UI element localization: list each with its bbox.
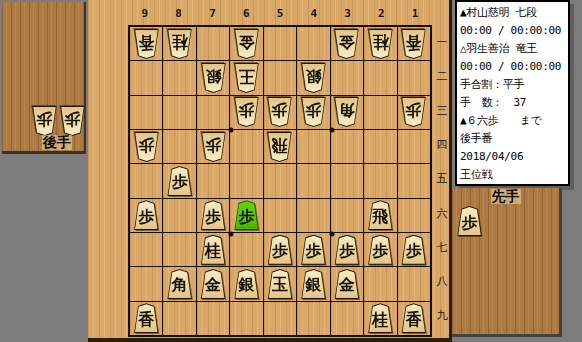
piece-face: 銀 (301, 270, 326, 298)
piece-face: 歩 (334, 236, 359, 264)
piece-歩-sente[interactable]: 歩 (233, 200, 260, 230)
piece-glyph: 歩 (305, 103, 321, 119)
square-4-2[interactable]: 銀 (297, 61, 329, 94)
piece-glyph: 桂 (372, 34, 388, 50)
square-4-8[interactable]: 銀 (297, 267, 329, 300)
square-2-4[interactable] (364, 130, 396, 163)
piece-face: 歩 (167, 167, 192, 195)
game-date: 2018/04/06 (460, 148, 568, 166)
piece-glyph: 歩 (372, 243, 388, 259)
sente-tray-label: 先手 (491, 189, 521, 204)
square-1-8[interactable] (398, 267, 430, 300)
piece-歩-sente[interactable]: 歩 (333, 235, 360, 265)
piece-歩-gote[interactable]: 歩 (200, 132, 227, 162)
square-2-9[interactable]: 桂 (364, 302, 396, 335)
square-9-2[interactable] (130, 61, 162, 94)
square-9-9[interactable]: 香 (130, 302, 162, 335)
square-8-6[interactable] (163, 199, 195, 232)
piece-face: 香 (134, 304, 159, 332)
piece-glyph: 飛 (272, 137, 288, 153)
square-6-2[interactable]: 王 (230, 61, 262, 94)
square-2-2[interactable] (364, 61, 396, 94)
square-9-6[interactable]: 歩 (130, 199, 162, 232)
square-6-7[interactable] (230, 233, 262, 266)
board-grid: 香桂金金桂香銀王銀歩歩歩角歩歩歩飛歩歩歩歩飛桂歩歩歩歩歩角金銀玉銀金香桂香 (128, 25, 432, 337)
square-4-4[interactable] (297, 130, 329, 163)
piece-glyph: 歩 (305, 243, 321, 259)
piece-金-sente[interactable]: 金 (333, 269, 360, 299)
gote-clock: 00:00 / 00:00:00 (460, 58, 568, 76)
piece-glyph: 香 (406, 34, 422, 50)
star-point (229, 232, 234, 237)
square-7-5[interactable] (197, 164, 229, 197)
piece-face: 歩 (201, 201, 226, 229)
piece-飛-gote[interactable]: 飛 (266, 132, 293, 162)
piece-glyph: 歩 (406, 103, 422, 119)
piece-face: 銀 (301, 64, 326, 92)
piece-glyph: 香 (138, 34, 154, 50)
file-label-5: 5 (263, 7, 297, 20)
piece-歩-gote[interactable]: 歩 (300, 97, 327, 127)
piece-glyph: 王 (239, 68, 255, 84)
sente-player-name: ▲村山慈明 七段 (460, 4, 568, 22)
piece-glyph: 金 (339, 34, 355, 50)
square-1-1[interactable]: 香 (398, 27, 430, 60)
piece-歩-sente[interactable]: 歩 (367, 235, 394, 265)
piece-王-gote[interactable]: 王 (233, 63, 260, 93)
piece-glyph: 銀 (239, 277, 255, 293)
square-3-8[interactable]: 金 (331, 267, 363, 300)
piece-金-sente[interactable]: 金 (200, 269, 227, 299)
file-label-7: 7 (196, 7, 230, 20)
piece-face: 金 (234, 30, 259, 58)
piece-銀-gote[interactable]: 銀 (300, 63, 327, 93)
square-1-4[interactable] (398, 130, 430, 163)
piece-glyph: 飛 (372, 209, 388, 225)
piece-桂-sente[interactable]: 桂 (200, 235, 227, 265)
piece-glyph: 桂 (205, 243, 221, 259)
piece-歩-sente[interactable]: 歩 (456, 206, 483, 236)
square-6-8[interactable]: 銀 (230, 267, 262, 300)
file-label-8: 8 (162, 7, 196, 20)
piece-歩-gote[interactable]: 歩 (233, 97, 260, 127)
piece-glyph: 歩 (205, 209, 221, 225)
piece-桂-gote[interactable]: 桂 (166, 29, 193, 59)
gote-tray-label: 後手 (42, 135, 72, 150)
star-point (330, 128, 335, 133)
star-point (229, 128, 234, 133)
last-move-line: ▲６六歩 まで (460, 112, 568, 130)
square-9-5[interactable] (130, 164, 162, 197)
piece-face: 歩 (267, 236, 292, 264)
square-2-7[interactable]: 歩 (364, 233, 396, 266)
piece-face: 角 (167, 270, 192, 298)
piece-歩-sente[interactable]: 歩 (266, 235, 293, 265)
square-2-5[interactable] (364, 164, 396, 197)
piece-飛-sente[interactable]: 飛 (367, 200, 394, 230)
square-5-7[interactable]: 歩 (264, 233, 296, 266)
piece-玉-sente[interactable]: 玉 (266, 269, 293, 299)
piece-face: 歩 (134, 201, 159, 229)
file-label-6: 6 (229, 7, 263, 20)
piece-歩-gote[interactable]: 歩 (31, 106, 58, 136)
piece-face: 歩 (368, 236, 393, 264)
piece-glyph: 銀 (205, 68, 221, 84)
square-1-5[interactable] (398, 164, 430, 197)
sente-hand-tray: 先手 歩 (452, 188, 562, 337)
square-5-6[interactable] (264, 199, 296, 232)
file-label-1: 1 (398, 7, 432, 20)
piece-face: 歩 (457, 207, 482, 235)
file-label-2: 2 (364, 7, 398, 20)
piece-glyph: 歩 (272, 103, 288, 119)
square-4-3[interactable]: 歩 (297, 96, 329, 129)
rank-label-4: 四 (434, 128, 450, 162)
square-8-3[interactable] (163, 96, 195, 129)
square-3-6[interactable] (331, 199, 363, 232)
square-7-4[interactable]: 歩 (197, 130, 229, 163)
piece-glyph: 桂 (172, 34, 188, 50)
square-2-1[interactable]: 桂 (364, 27, 396, 60)
piece-glyph: 金 (339, 277, 355, 293)
piece-face: 王 (234, 64, 259, 92)
square-4-7[interactable]: 歩 (297, 233, 329, 266)
square-9-8[interactable] (130, 267, 162, 300)
square-7-6[interactable]: 歩 (197, 199, 229, 232)
piece-face: 香 (401, 304, 426, 332)
square-6-1[interactable]: 金 (230, 27, 262, 60)
sente-hand-pieces: 歩 (456, 206, 483, 236)
piece-face: 歩 (234, 201, 259, 229)
square-4-6[interactable] (297, 199, 329, 232)
move-count: 手 数： 37 (460, 94, 568, 112)
piece-glyph: 金 (239, 34, 255, 50)
square-7-8[interactable]: 金 (197, 267, 229, 300)
piece-glyph: 歩 (138, 209, 154, 225)
piece-香-sente[interactable]: 香 (133, 303, 160, 333)
rank-label-6: 六 (434, 196, 450, 230)
square-9-1[interactable]: 香 (130, 27, 162, 60)
square-2-3[interactable] (364, 96, 396, 129)
piece-銀-gote[interactable]: 銀 (200, 63, 227, 93)
rank-labels: 一二三四五六七八九 (434, 25, 450, 333)
piece-face: 桂 (368, 304, 393, 332)
square-3-2[interactable] (331, 61, 363, 94)
square-8-8[interactable]: 角 (163, 267, 195, 300)
square-1-6[interactable] (398, 199, 430, 232)
square-5-1[interactable] (264, 27, 296, 60)
square-4-1[interactable] (297, 27, 329, 60)
piece-glyph: 角 (339, 103, 355, 119)
square-6-9[interactable] (230, 302, 262, 335)
piece-face: 歩 (234, 98, 259, 126)
square-8-5[interactable]: 歩 (163, 164, 195, 197)
piece-歩-sente[interactable]: 歩 (400, 235, 427, 265)
square-4-9[interactable] (297, 302, 329, 335)
square-1-7[interactable]: 歩 (398, 233, 430, 266)
piece-face: 歩 (32, 107, 57, 135)
square-6-5[interactable] (230, 164, 262, 197)
square-1-3[interactable]: 歩 (398, 96, 430, 129)
square-1-9[interactable]: 香 (398, 302, 430, 335)
piece-銀-sente[interactable]: 銀 (233, 269, 260, 299)
piece-glyph: 歩 (65, 112, 81, 128)
piece-glyph: 玉 (272, 277, 288, 293)
square-2-6[interactable]: 飛 (364, 199, 396, 232)
square-1-2[interactable] (398, 61, 430, 94)
piece-角-gote[interactable]: 角 (333, 97, 360, 127)
piece-歩-sente[interactable]: 歩 (200, 200, 227, 230)
piece-香-gote[interactable]: 香 (133, 29, 160, 59)
piece-歩-sente[interactable]: 歩 (300, 235, 327, 265)
piece-銀-sente[interactable]: 銀 (300, 269, 327, 299)
piece-香-gote[interactable]: 香 (400, 29, 427, 59)
square-3-9[interactable] (331, 302, 363, 335)
piece-glyph: 歩 (272, 243, 288, 259)
piece-glyph: 銀 (305, 277, 321, 293)
gote-player-name: △羽生善治 竜王 (460, 40, 568, 58)
square-5-5[interactable] (264, 164, 296, 197)
piece-face: 銀 (234, 270, 259, 298)
square-7-9[interactable] (197, 302, 229, 335)
square-8-1[interactable]: 桂 (163, 27, 195, 60)
square-8-9[interactable] (163, 302, 195, 335)
piece-桂-gote[interactable]: 桂 (367, 29, 394, 59)
square-5-4[interactable]: 飛 (264, 130, 296, 163)
info-panel: ▲村山慈明 七段00:00 / 00:00:00△羽生善治 竜王00:00 / … (455, 0, 570, 186)
square-9-3[interactable] (130, 96, 162, 129)
piece-香-sente[interactable]: 香 (400, 303, 427, 333)
square-5-3[interactable]: 歩 (264, 96, 296, 129)
square-6-3[interactable]: 歩 (230, 96, 262, 129)
file-label-4: 4 (297, 7, 331, 20)
file-label-9: 9 (128, 7, 162, 20)
sente-clock: 00:00 / 00:00:00 (460, 22, 568, 40)
piece-face: 玉 (267, 270, 292, 298)
piece-glyph: 歩 (37, 112, 53, 128)
piece-glyph: 歩 (239, 209, 255, 225)
piece-glyph: 桂 (372, 312, 388, 328)
piece-face: 桂 (167, 30, 192, 58)
piece-face: 歩 (60, 107, 85, 135)
square-3-7[interactable]: 歩 (331, 233, 363, 266)
square-9-7[interactable] (130, 233, 162, 266)
piece-glyph: 銀 (305, 68, 321, 84)
turn-indicator: 後手番 (460, 130, 568, 148)
piece-glyph: 歩 (172, 174, 188, 190)
square-8-2[interactable] (163, 61, 195, 94)
square-2-8[interactable] (364, 267, 396, 300)
piece-face: 歩 (401, 98, 426, 126)
shogi-board: 987654321 一二三四五六七八九 香桂金金桂香銀王銀歩歩歩角歩歩歩飛歩歩歩… (88, 0, 452, 342)
square-8-7[interactable] (163, 233, 195, 266)
gote-hand-pieces: 歩歩 (31, 106, 86, 136)
piece-face: 歩 (301, 98, 326, 126)
rank-label-9: 九 (434, 299, 450, 333)
rank-label-2: 二 (434, 59, 450, 93)
piece-glyph: 金 (205, 277, 221, 293)
square-3-4[interactable] (331, 130, 363, 163)
square-7-3[interactable] (197, 96, 229, 129)
square-8-4[interactable] (163, 130, 195, 163)
piece-face: 飛 (368, 201, 393, 229)
rank-label-1: 一 (434, 25, 450, 59)
rank-label-7: 七 (434, 230, 450, 264)
square-7-1[interactable] (197, 27, 229, 60)
file-label-3: 3 (331, 7, 365, 20)
handicap-line: 手合割：平手 (460, 76, 568, 94)
rank-label-5: 五 (434, 162, 450, 196)
piece-glyph: 歩 (138, 137, 154, 153)
square-3-3[interactable]: 角 (331, 96, 363, 129)
piece-glyph: 角 (172, 277, 188, 293)
piece-face: 金 (334, 270, 359, 298)
piece-face: 桂 (201, 236, 226, 264)
piece-桂-sente[interactable]: 桂 (367, 303, 394, 333)
square-3-1[interactable]: 金 (331, 27, 363, 60)
square-5-8[interactable]: 玉 (264, 267, 296, 300)
piece-金-gote[interactable]: 金 (333, 29, 360, 59)
piece-face: 歩 (301, 236, 326, 264)
square-7-7[interactable]: 桂 (197, 233, 229, 266)
piece-歩-sente[interactable]: 歩 (133, 200, 160, 230)
square-3-5[interactable] (331, 164, 363, 197)
square-6-6[interactable]: 歩 (230, 199, 262, 232)
piece-glyph: 歩 (239, 103, 255, 119)
square-4-5[interactable] (297, 164, 329, 197)
piece-角-sente[interactable]: 角 (166, 269, 193, 299)
piece-歩-sente[interactable]: 歩 (166, 166, 193, 196)
piece-歩-gote[interactable]: 歩 (266, 97, 293, 127)
square-9-4[interactable]: 歩 (130, 130, 162, 163)
piece-face: 桂 (368, 30, 393, 58)
piece-glyph: 香 (138, 312, 154, 328)
square-5-2[interactable] (264, 61, 296, 94)
piece-歩-gote[interactable]: 歩 (400, 97, 427, 127)
rank-label-8: 八 (434, 265, 450, 299)
piece-glyph: 香 (406, 312, 422, 328)
file-labels: 987654321 (128, 7, 432, 20)
gote-hand-tray: 歩歩 後手 (2, 2, 86, 154)
piece-歩-gote[interactable]: 歩 (59, 106, 86, 136)
star-point (330, 232, 335, 237)
piece-face: 歩 (401, 236, 426, 264)
piece-金-gote[interactable]: 金 (233, 29, 260, 59)
piece-glyph: 歩 (462, 215, 478, 231)
piece-歩-gote[interactable]: 歩 (133, 132, 160, 162)
square-7-2[interactable]: 銀 (197, 61, 229, 94)
square-6-4[interactable] (230, 130, 262, 163)
event-name: 王位戦 (460, 166, 568, 184)
piece-glyph: 歩 (406, 243, 422, 259)
rank-label-3: 三 (434, 93, 450, 127)
square-5-9[interactable] (264, 302, 296, 335)
piece-glyph: 歩 (339, 243, 355, 259)
piece-face: 金 (201, 270, 226, 298)
piece-glyph: 歩 (205, 137, 221, 153)
